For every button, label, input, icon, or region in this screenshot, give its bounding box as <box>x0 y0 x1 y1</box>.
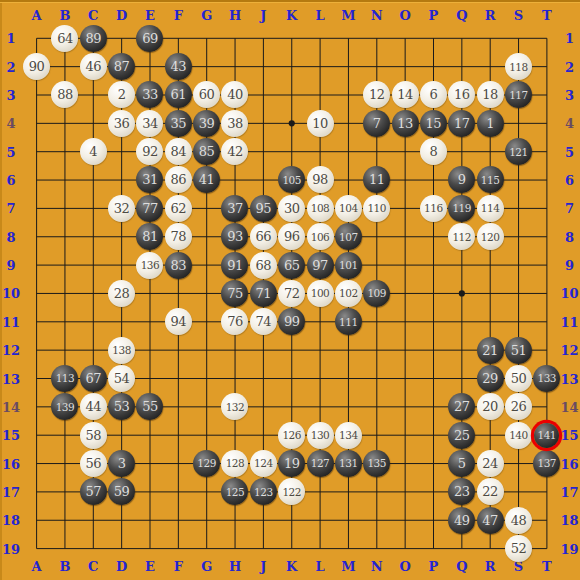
black-stone-N4: 7 <box>363 110 390 137</box>
black-stone-H17: 125 <box>221 478 248 505</box>
white-stone-K17: 122 <box>278 478 305 505</box>
white-stone-C2: 46 <box>80 53 107 80</box>
move-number: 61 <box>171 87 187 102</box>
white-stone-N3: 12 <box>363 81 390 108</box>
board-grid[interactable]: 1234567891011121314151617181920212223242… <box>22 24 561 563</box>
white-stone-R16: 24 <box>477 450 504 477</box>
move-number: 15 <box>426 116 442 131</box>
move-number: 105 <box>282 174 301 186</box>
move-number: 104 <box>339 202 358 214</box>
white-stone-L6: 98 <box>307 166 334 193</box>
black-stone-C13: 67 <box>80 365 107 392</box>
move-number: 9 <box>458 172 466 187</box>
white-stone-K15: 126 <box>278 422 305 449</box>
white-stone-P7: 116 <box>420 195 447 222</box>
black-stone-B13: 113 <box>51 365 78 392</box>
move-number: 72 <box>284 286 300 301</box>
move-number: 85 <box>199 144 215 159</box>
move-number: 39 <box>199 116 215 131</box>
black-stone-T13: 133 <box>533 365 560 392</box>
move-number: 100 <box>311 287 330 299</box>
white-stone-N7: 110 <box>363 195 390 222</box>
black-stone-K6: 105 <box>278 166 305 193</box>
move-number: 57 <box>85 484 101 499</box>
white-stone-D10: 28 <box>108 280 135 307</box>
black-stone-D14: 53 <box>108 393 135 420</box>
move-number: 78 <box>171 229 187 244</box>
move-number: 125 <box>226 486 245 498</box>
move-number: 50 <box>511 371 527 386</box>
move-number: 68 <box>256 258 272 273</box>
white-stone-Q8: 112 <box>448 223 475 250</box>
move-number: 8 <box>429 144 437 159</box>
move-number: 134 <box>339 429 358 441</box>
move-number: 17 <box>454 116 470 131</box>
move-number: 28 <box>114 286 130 301</box>
move-number: 138 <box>112 344 131 356</box>
move-number: 116 <box>424 202 443 214</box>
move-number: 46 <box>85 59 101 74</box>
black-stone-S5: 121 <box>505 138 532 165</box>
move-number: 22 <box>482 484 498 499</box>
black-stone-E6: 31 <box>136 166 163 193</box>
move-number: 81 <box>142 229 158 244</box>
move-number: 126 <box>282 429 301 441</box>
move-number: 95 <box>256 201 272 216</box>
black-stone-E1: 69 <box>136 25 163 52</box>
white-stone-H4: 38 <box>221 110 248 137</box>
move-number: 24 <box>482 456 498 471</box>
black-stone-K16: 19 <box>278 450 305 477</box>
white-stone-F5: 84 <box>165 138 192 165</box>
black-stone-C17: 57 <box>80 478 107 505</box>
move-number: 83 <box>171 258 187 273</box>
white-stone-K7: 30 <box>278 195 305 222</box>
move-number: 113 <box>56 372 75 384</box>
black-stone-E7: 77 <box>136 195 163 222</box>
move-number: 48 <box>511 513 527 528</box>
move-number: 44 <box>85 399 101 414</box>
white-stone-D4: 36 <box>108 110 135 137</box>
move-number: 101 <box>339 259 358 271</box>
black-stone-H10: 75 <box>221 280 248 307</box>
white-stone-B1: 64 <box>51 25 78 52</box>
move-number: 20 <box>482 399 498 414</box>
move-number: 16 <box>454 87 470 102</box>
white-stone-F7: 62 <box>165 195 192 222</box>
move-number: 84 <box>171 144 187 159</box>
move-number: 51 <box>511 343 527 358</box>
white-stone-S15: 140 <box>505 422 532 449</box>
move-number: 25 <box>454 428 470 443</box>
black-stone-J10: 71 <box>250 280 277 307</box>
black-stone-D2: 87 <box>108 53 135 80</box>
white-stone-C16: 56 <box>80 450 107 477</box>
move-number: 107 <box>339 231 358 243</box>
move-number: 56 <box>85 456 101 471</box>
move-number: 38 <box>227 116 243 131</box>
black-stone-T15: 141 <box>534 423 559 448</box>
white-stone-R7: 114 <box>477 195 504 222</box>
move-number: 13 <box>397 116 413 131</box>
move-number: 132 <box>226 401 245 413</box>
white-stone-Q3: 16 <box>448 81 475 108</box>
move-number: 7 <box>373 116 381 131</box>
black-stone-B14: 139 <box>51 393 78 420</box>
move-number: 89 <box>85 31 101 46</box>
move-number: 129 <box>197 457 216 469</box>
white-stone-E4: 34 <box>136 110 163 137</box>
black-stone-R13: 29 <box>477 365 504 392</box>
move-number: 122 <box>282 486 301 498</box>
black-stone-E3: 33 <box>136 81 163 108</box>
move-number: 33 <box>142 87 158 102</box>
black-stone-N16: 135 <box>363 450 390 477</box>
black-stone-C1: 89 <box>80 25 107 52</box>
move-number: 64 <box>57 31 73 46</box>
white-stone-H5: 42 <box>221 138 248 165</box>
move-number: 137 <box>537 457 556 469</box>
white-stone-S13: 50 <box>505 365 532 392</box>
black-stone-P4: 15 <box>420 110 447 137</box>
black-stone-N6: 11 <box>363 166 390 193</box>
white-stone-L4: 10 <box>307 110 334 137</box>
white-stone-D13: 54 <box>108 365 135 392</box>
black-stone-D17: 59 <box>108 478 135 505</box>
move-number: 42 <box>227 144 243 159</box>
move-number: 34 <box>142 116 158 131</box>
move-number: 2 <box>118 87 126 102</box>
move-number: 115 <box>481 174 500 186</box>
move-number: 41 <box>199 172 215 187</box>
white-stone-K10: 72 <box>278 280 305 307</box>
black-stone-M9: 101 <box>335 252 362 279</box>
move-number: 26 <box>511 399 527 414</box>
move-number: 93 <box>227 229 243 244</box>
move-number: 52 <box>511 541 527 556</box>
black-stone-R18: 47 <box>477 507 504 534</box>
move-number: 43 <box>171 59 187 74</box>
white-stone-H11: 76 <box>221 308 248 335</box>
move-number: 19 <box>284 456 300 471</box>
black-stone-Q14: 27 <box>448 393 475 420</box>
black-stone-J17: 123 <box>250 478 277 505</box>
move-number: 77 <box>142 201 158 216</box>
black-stone-J7: 95 <box>250 195 277 222</box>
move-number: 32 <box>114 201 130 216</box>
black-stone-L9: 97 <box>307 252 334 279</box>
move-number: 94 <box>171 314 187 329</box>
move-number: 117 <box>509 89 528 101</box>
black-stone-K11: 99 <box>278 308 305 335</box>
white-stone-O3: 14 <box>392 81 419 108</box>
move-number: 3 <box>118 456 126 471</box>
white-stone-H16: 128 <box>221 450 248 477</box>
black-stone-Q17: 23 <box>448 478 475 505</box>
move-number: 110 <box>367 202 386 214</box>
move-number: 98 <box>312 172 328 187</box>
move-number: 40 <box>227 87 243 102</box>
move-number: 27 <box>454 399 470 414</box>
white-stone-M7: 104 <box>335 195 362 222</box>
move-number: 99 <box>284 314 300 329</box>
move-number: 29 <box>482 371 498 386</box>
move-number: 109 <box>367 287 386 299</box>
black-stone-L16: 127 <box>307 450 334 477</box>
white-stone-R3: 18 <box>477 81 504 108</box>
black-stone-F4: 35 <box>165 110 192 137</box>
move-number: 58 <box>85 428 101 443</box>
white-stone-K8: 96 <box>278 223 305 250</box>
white-stone-D3: 2 <box>108 81 135 108</box>
move-number: 136 <box>141 259 160 271</box>
white-stone-S18: 48 <box>505 507 532 534</box>
move-number: 127 <box>311 457 330 469</box>
white-stone-L7: 108 <box>307 195 334 222</box>
white-stone-G3: 60 <box>193 81 220 108</box>
white-stone-B3: 88 <box>51 81 78 108</box>
move-number: 14 <box>397 87 413 102</box>
move-number: 87 <box>114 59 130 74</box>
white-stone-J8: 66 <box>250 223 277 250</box>
black-stone-S3: 117 <box>505 81 532 108</box>
white-stone-J16: 124 <box>250 450 277 477</box>
move-number: 141 <box>537 429 556 441</box>
white-stone-S19: 52 <box>505 535 532 562</box>
move-number: 108 <box>311 202 330 214</box>
move-number: 67 <box>85 371 101 386</box>
move-number: 114 <box>481 202 500 214</box>
black-stone-M16: 131 <box>335 450 362 477</box>
move-number: 140 <box>509 429 528 441</box>
move-number: 23 <box>454 484 470 499</box>
black-stone-R4: 1 <box>477 110 504 137</box>
black-stone-Q6: 9 <box>448 166 475 193</box>
move-number: 30 <box>284 201 300 216</box>
white-stone-C5: 4 <box>80 138 107 165</box>
white-stone-R17: 22 <box>477 478 504 505</box>
black-stone-O4: 13 <box>392 110 419 137</box>
white-stone-M15: 134 <box>335 422 362 449</box>
move-number: 131 <box>339 457 358 469</box>
move-number: 112 <box>452 231 471 243</box>
black-stone-F2: 43 <box>165 53 192 80</box>
white-stone-C14: 44 <box>80 393 107 420</box>
move-number: 124 <box>254 457 273 469</box>
move-number: 118 <box>509 61 528 73</box>
white-stone-S2: 118 <box>505 53 532 80</box>
move-number: 128 <box>226 457 245 469</box>
move-number: 135 <box>367 457 386 469</box>
move-number: 90 <box>29 59 45 74</box>
black-stone-G6: 41 <box>193 166 220 193</box>
white-stone-S14: 26 <box>505 393 532 420</box>
move-number: 60 <box>199 87 215 102</box>
move-number: 120 <box>481 231 500 243</box>
white-stone-R14: 20 <box>477 393 504 420</box>
move-number: 55 <box>142 399 158 414</box>
move-number: 54 <box>114 371 130 386</box>
move-number: 53 <box>114 399 130 414</box>
move-number: 31 <box>142 172 158 187</box>
move-number: 139 <box>56 401 75 413</box>
black-stone-S12: 51 <box>505 337 532 364</box>
black-stone-Q16: 5 <box>448 450 475 477</box>
move-number: 69 <box>142 31 158 46</box>
move-number: 92 <box>142 144 158 159</box>
move-number: 74 <box>256 314 272 329</box>
black-stone-H9: 91 <box>221 252 248 279</box>
move-number: 12 <box>369 87 385 102</box>
white-stone-F11: 94 <box>165 308 192 335</box>
black-stone-R6: 115 <box>477 166 504 193</box>
move-number: 35 <box>171 116 187 131</box>
black-stone-Q4: 17 <box>448 110 475 137</box>
goban-diagram: 1234567891011121314151617181920212223242… <box>0 0 580 580</box>
move-number: 65 <box>284 258 300 273</box>
move-number: 130 <box>311 429 330 441</box>
white-stone-M10: 102 <box>335 280 362 307</box>
black-stone-H7: 37 <box>221 195 248 222</box>
move-number: 37 <box>227 201 243 216</box>
black-stone-T16: 137 <box>533 450 560 477</box>
move-number: 49 <box>454 513 470 528</box>
white-stone-P3: 6 <box>420 81 447 108</box>
black-stone-M11: 111 <box>335 308 362 335</box>
black-stone-D16: 3 <box>108 450 135 477</box>
white-stone-E5: 92 <box>136 138 163 165</box>
black-stone-G5: 85 <box>193 138 220 165</box>
move-number: 91 <box>227 258 243 273</box>
white-stone-L10: 100 <box>307 280 334 307</box>
move-number: 59 <box>114 484 130 499</box>
white-stone-A2: 90 <box>23 53 50 80</box>
white-stone-J11: 74 <box>250 308 277 335</box>
black-stone-H8: 93 <box>221 223 248 250</box>
black-stone-E14: 55 <box>136 393 163 420</box>
black-stone-K9: 65 <box>278 252 305 279</box>
white-stone-H14: 132 <box>221 393 248 420</box>
white-stone-C15: 58 <box>80 422 107 449</box>
black-stone-M8: 107 <box>335 223 362 250</box>
move-number: 102 <box>339 287 358 299</box>
move-number: 11 <box>369 172 385 187</box>
white-stone-D7: 32 <box>108 195 135 222</box>
white-stone-P5: 8 <box>420 138 447 165</box>
move-number: 106 <box>311 231 330 243</box>
move-number: 1 <box>486 116 494 131</box>
move-number: 4 <box>89 144 97 159</box>
white-stone-E9: 136 <box>136 252 163 279</box>
move-number: 18 <box>482 87 498 102</box>
move-number: 21 <box>482 343 498 358</box>
move-number: 66 <box>256 229 272 244</box>
move-number: 47 <box>482 513 498 528</box>
black-stone-G4: 39 <box>193 110 220 137</box>
move-number: 76 <box>227 314 243 329</box>
move-number: 123 <box>254 486 273 498</box>
move-number: 75 <box>227 286 243 301</box>
move-number: 97 <box>312 258 328 273</box>
white-stone-L8: 106 <box>307 223 334 250</box>
move-number: 36 <box>114 116 130 131</box>
move-number: 10 <box>312 116 328 131</box>
white-stone-F6: 86 <box>165 166 192 193</box>
white-stone-R8: 120 <box>477 223 504 250</box>
move-number: 6 <box>429 87 437 102</box>
white-stone-J9: 68 <box>250 252 277 279</box>
black-stone-Q15: 25 <box>448 422 475 449</box>
move-number: 86 <box>171 172 187 187</box>
black-stone-Q18: 49 <box>448 507 475 534</box>
black-stone-E8: 81 <box>136 223 163 250</box>
black-stone-F3: 61 <box>165 81 192 108</box>
move-number: 121 <box>509 146 528 158</box>
black-stone-R12: 21 <box>477 337 504 364</box>
move-number: 111 <box>339 316 358 328</box>
black-stone-F9: 83 <box>165 252 192 279</box>
move-number: 88 <box>57 87 73 102</box>
move-number: 119 <box>452 202 471 214</box>
black-stone-N10: 109 <box>363 280 390 307</box>
black-stone-G16: 129 <box>193 450 220 477</box>
move-number: 133 <box>537 372 556 384</box>
move-number: 5 <box>458 456 466 471</box>
move-number: 71 <box>256 286 272 301</box>
white-stone-H3: 40 <box>221 81 248 108</box>
move-number: 96 <box>284 229 300 244</box>
white-stone-F8: 78 <box>165 223 192 250</box>
white-stone-D12: 138 <box>108 337 135 364</box>
black-stone-Q7: 119 <box>448 195 475 222</box>
move-number: 62 <box>171 201 187 216</box>
white-stone-L15: 130 <box>307 422 334 449</box>
